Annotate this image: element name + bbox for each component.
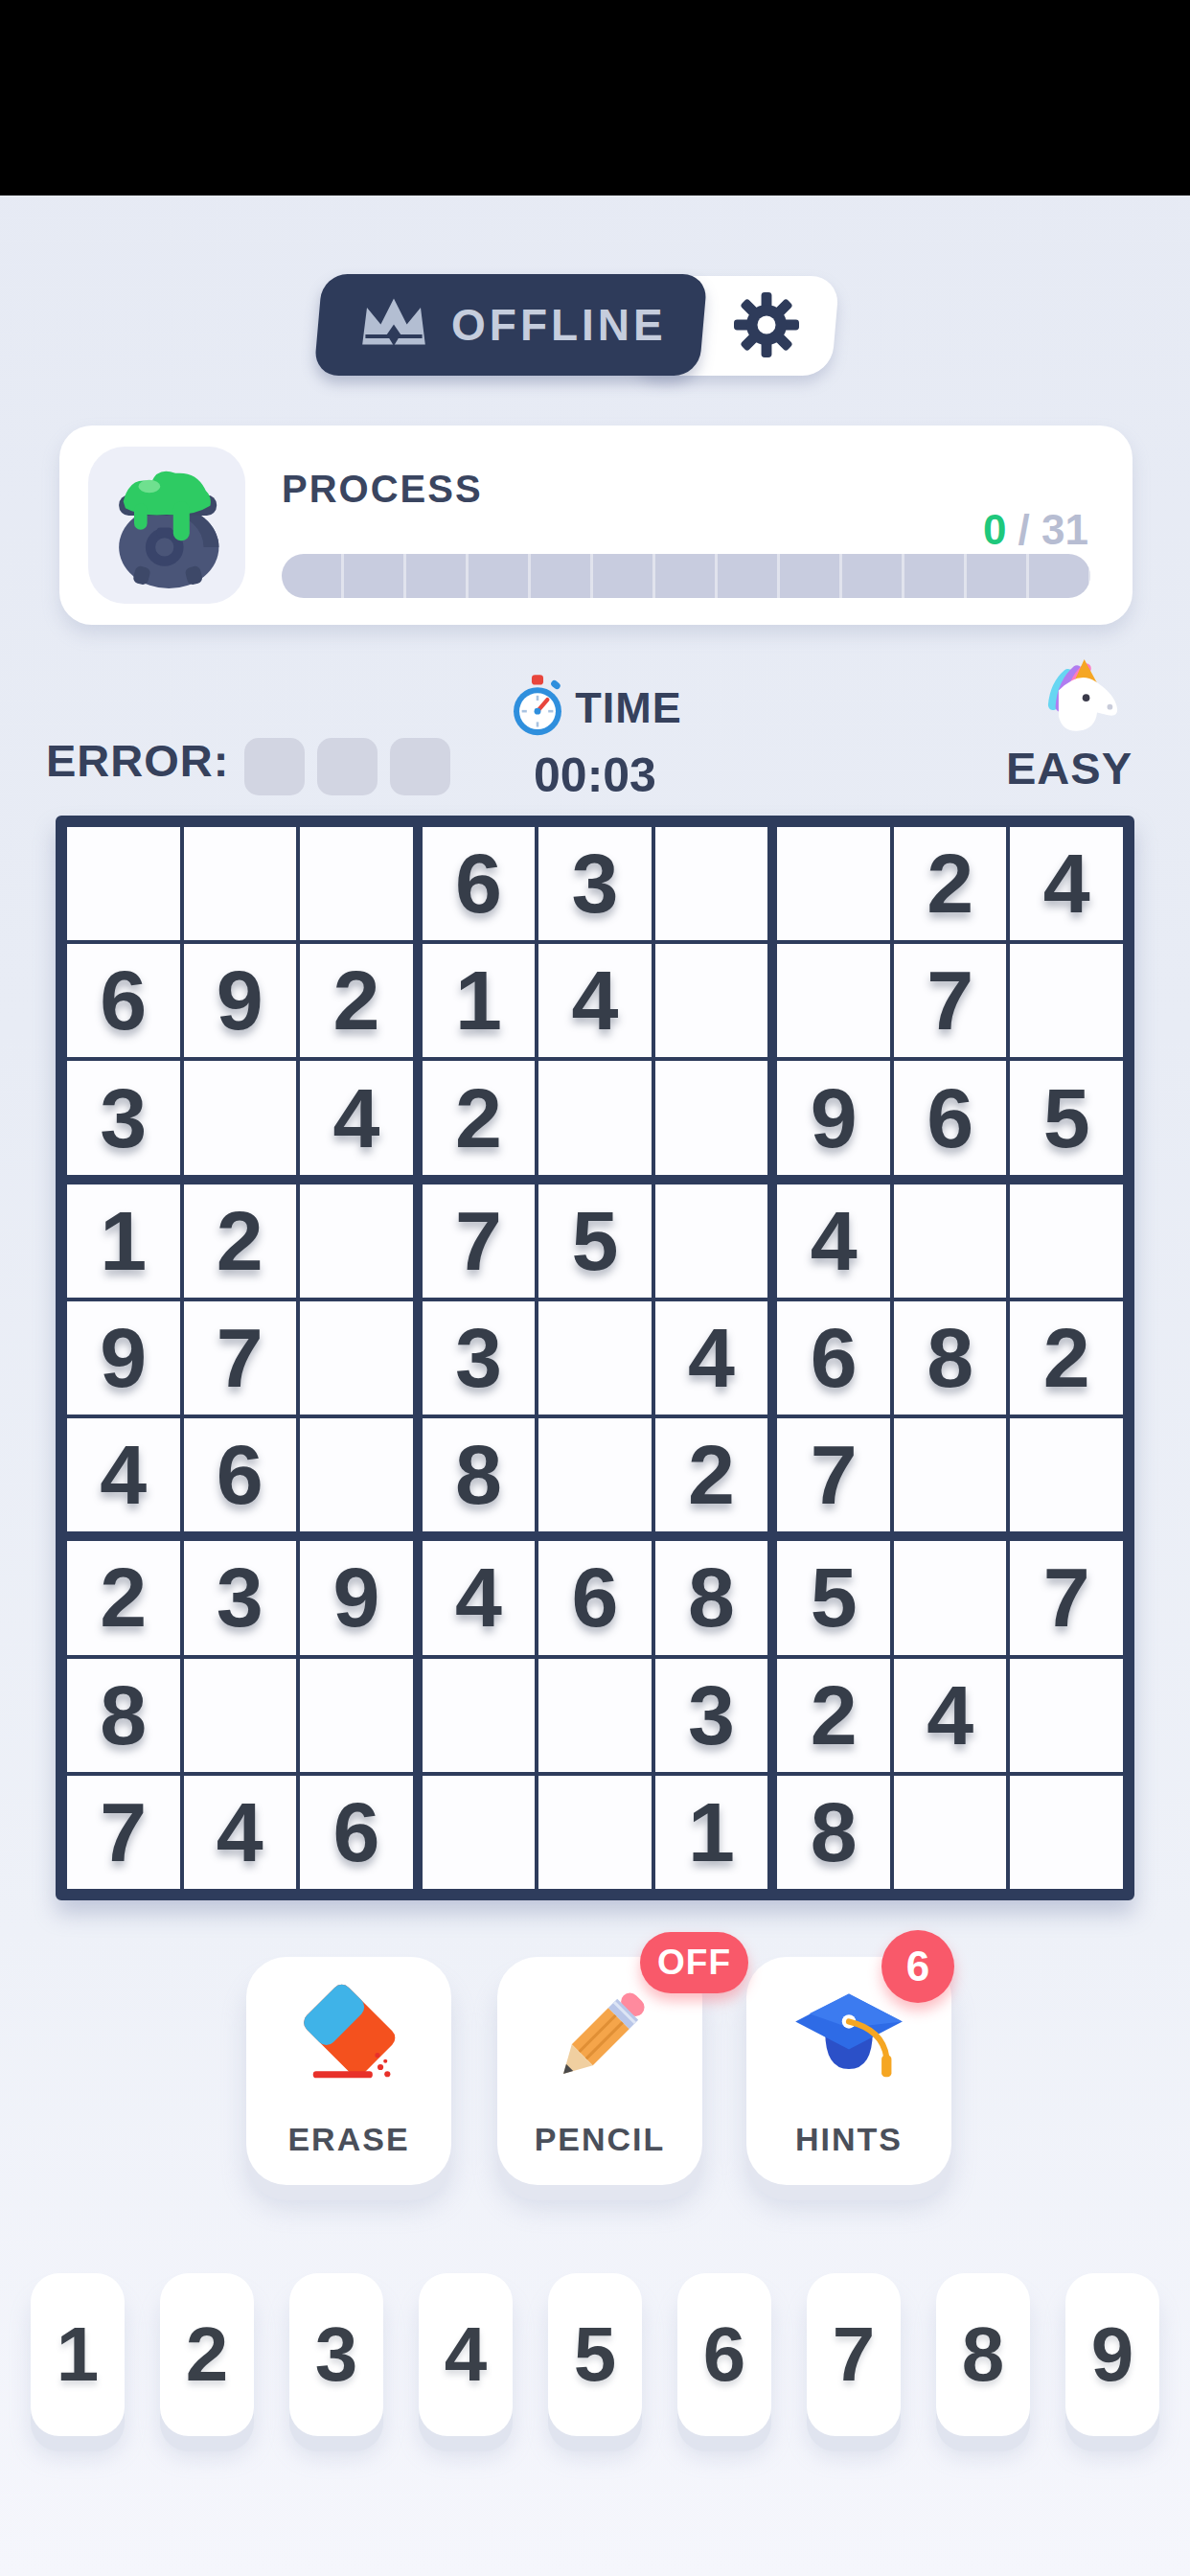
cell-r8c9[interactable] [1010, 1659, 1123, 1772]
eraser-icon [289, 1978, 408, 2097]
progress-card: PROCESS 0 / 31 [59, 425, 1133, 625]
cell-r4c3[interactable] [300, 1184, 413, 1298]
numpad-key-1[interactable]: 1 [31, 2273, 125, 2436]
cell-r9c5[interactable] [538, 1776, 652, 1889]
sudoku-app-screen: OFFLINE [0, 0, 1190, 2576]
progress-separator: / [1006, 506, 1041, 553]
cell-r8c7[interactable]: 2 [777, 1659, 890, 1772]
cell-r7c6[interactable]: 8 [655, 1541, 768, 1654]
progress-current: 0 [983, 506, 1006, 553]
numpad-key-4[interactable]: 4 [419, 2273, 513, 2436]
numpad-key-9[interactable]: 9 [1065, 2273, 1159, 2436]
crown-icon [355, 292, 432, 357]
time-header: TIME [0, 675, 1190, 742]
cell-r6c1[interactable]: 4 [67, 1418, 180, 1531]
cell-r3c7[interactable]: 9 [777, 1061, 890, 1174]
cauldron-tile [88, 447, 245, 604]
board-box-4: 129746 [67, 1184, 413, 1532]
cell-r7c9[interactable]: 7 [1010, 1541, 1123, 1654]
numpad-key-2[interactable]: 2 [160, 2273, 254, 2436]
cell-r6c8[interactable] [894, 1418, 1007, 1531]
progress-total: 31 [1041, 506, 1088, 553]
cell-r5c8[interactable]: 8 [894, 1301, 1007, 1414]
cell-r5c6[interactable]: 4 [655, 1301, 768, 1414]
cell-r7c2[interactable]: 3 [184, 1541, 297, 1654]
gear-icon[interactable] [734, 292, 799, 357]
cell-r3c6[interactable] [655, 1061, 768, 1174]
cell-r1c5[interactable]: 3 [538, 827, 652, 940]
cell-r3c1[interactable]: 3 [67, 1061, 180, 1174]
cell-r2c2[interactable]: 9 [184, 944, 297, 1057]
cell-r8c2[interactable] [184, 1659, 297, 1772]
offline-label: OFFLINE [451, 299, 667, 351]
cell-r1c6[interactable] [655, 827, 768, 940]
cell-r6c6[interactable]: 2 [655, 1418, 768, 1531]
cell-r4c4[interactable]: 7 [423, 1184, 536, 1298]
cell-r6c3[interactable] [300, 1418, 413, 1531]
unicorn-icon [1031, 659, 1123, 742]
progress-title: PROCESS [282, 468, 483, 511]
stopwatch-icon [508, 675, 567, 742]
board-box-6: 46827 [777, 1184, 1123, 1532]
cell-r6c4[interactable]: 8 [423, 1418, 536, 1531]
cell-r8c8[interactable]: 4 [894, 1659, 1007, 1772]
cell-r4c6[interactable] [655, 1184, 768, 1298]
cell-r4c9[interactable] [1010, 1184, 1123, 1298]
numpad-key-5[interactable]: 5 [548, 2273, 642, 2436]
board-box-7: 2398746 [67, 1541, 413, 1889]
cell-r5c9[interactable]: 2 [1010, 1301, 1123, 1414]
cell-r2c3[interactable]: 2 [300, 944, 413, 1057]
cell-r8c6[interactable]: 3 [655, 1659, 768, 1772]
pencil-icon [540, 1978, 659, 2097]
cell-r1c9[interactable]: 4 [1010, 827, 1123, 940]
cell-r6c7[interactable]: 7 [777, 1418, 890, 1531]
time-label: TIME [575, 683, 682, 733]
cell-r4c8[interactable] [894, 1184, 1007, 1298]
cell-r4c5[interactable]: 5 [538, 1184, 652, 1298]
cell-r3c8[interactable]: 6 [894, 1061, 1007, 1174]
cell-r2c5[interactable]: 4 [538, 944, 652, 1057]
cell-r1c1[interactable] [67, 827, 180, 940]
cell-r7c7[interactable]: 5 [777, 1541, 890, 1654]
board-box-9: 57248 [777, 1541, 1123, 1889]
numpad-key-3[interactable]: 3 [289, 2273, 383, 2436]
top-letterbox [0, 0, 1190, 195]
cell-r3c3[interactable]: 4 [300, 1061, 413, 1174]
cell-r9c8[interactable] [894, 1776, 1007, 1889]
cell-r4c7[interactable]: 4 [777, 1184, 890, 1298]
cell-r3c2[interactable] [184, 1061, 297, 1174]
cell-r6c9[interactable] [1010, 1418, 1123, 1531]
cell-r2c8[interactable]: 7 [894, 944, 1007, 1057]
cell-r9c2[interactable]: 4 [184, 1776, 297, 1889]
cell-r2c7[interactable] [777, 944, 890, 1057]
progress-bar [282, 554, 1090, 598]
cell-r4c1[interactable]: 1 [67, 1184, 180, 1298]
sudoku-board: 6923463142247965129746753482468272398746… [56, 816, 1134, 1900]
hints-count-badge: 6 [881, 1930, 954, 2003]
cell-r7c3[interactable]: 9 [300, 1541, 413, 1654]
erase-button[interactable]: ERASE [246, 1957, 451, 2185]
cell-r8c4[interactable] [423, 1659, 536, 1772]
cell-r2c6[interactable] [655, 944, 768, 1057]
cell-r2c4[interactable]: 1 [423, 944, 536, 1057]
cell-r6c5[interactable] [538, 1418, 652, 1531]
cell-r5c1[interactable]: 9 [67, 1301, 180, 1414]
graduation-cap-icon [790, 1978, 908, 2097]
difficulty-label: EASY [996, 742, 1142, 794]
board-box-8: 46831 [423, 1541, 768, 1889]
board-box-2: 63142 [423, 827, 768, 1175]
cell-r5c7[interactable]: 6 [777, 1301, 890, 1414]
cell-r9c1[interactable]: 7 [67, 1776, 180, 1889]
cell-r5c4[interactable]: 3 [423, 1301, 536, 1414]
cell-r2c1[interactable]: 6 [67, 944, 180, 1057]
cell-r9c6[interactable]: 1 [655, 1776, 768, 1889]
board-box-5: 753482 [423, 1184, 768, 1532]
cell-r7c5[interactable]: 6 [538, 1541, 652, 1654]
cell-r3c9[interactable]: 5 [1010, 1061, 1123, 1174]
cell-r3c4[interactable]: 2 [423, 1061, 536, 1174]
pencil-off-badge: OFF [640, 1932, 748, 1993]
cell-r4c2[interactable]: 2 [184, 1184, 297, 1298]
cell-r3c5[interactable] [538, 1061, 652, 1174]
numpad-key-8[interactable]: 8 [936, 2273, 1030, 2436]
cell-r5c3[interactable] [300, 1301, 413, 1414]
cell-r1c4[interactable]: 6 [423, 827, 536, 940]
cell-r1c8[interactable]: 2 [894, 827, 1007, 940]
cell-r8c3[interactable] [300, 1659, 413, 1772]
cell-r7c1[interactable]: 2 [67, 1541, 180, 1654]
cell-r6c2[interactable]: 6 [184, 1418, 297, 1531]
progress-count: 0 / 31 [983, 506, 1088, 554]
number-pad: 123456789 [0, 2273, 1190, 2436]
cell-r7c8[interactable] [894, 1541, 1007, 1654]
cell-r9c9[interactable] [1010, 1776, 1123, 1889]
cell-r1c7[interactable] [777, 827, 890, 940]
cell-r7c4[interactable]: 4 [423, 1541, 536, 1654]
cell-r1c3[interactable] [300, 827, 413, 940]
cell-r5c5[interactable] [538, 1301, 652, 1414]
cell-r9c4[interactable] [423, 1776, 536, 1889]
erase-label: ERASE [246, 2121, 451, 2158]
cauldron-icon [102, 458, 232, 592]
cell-r9c3[interactable]: 6 [300, 1776, 413, 1889]
cell-r8c1[interactable]: 8 [67, 1659, 180, 1772]
cell-r5c2[interactable]: 7 [184, 1301, 297, 1414]
offline-badge[interactable]: OFFLINE [313, 274, 707, 376]
numpad-key-7[interactable]: 7 [807, 2273, 901, 2436]
pencil-label: PENCIL [497, 2121, 702, 2158]
cell-r1c2[interactable] [184, 827, 297, 940]
cell-r2c9[interactable] [1010, 944, 1123, 1057]
numpad-key-6[interactable]: 6 [677, 2273, 771, 2436]
board-box-3: 247965 [777, 827, 1123, 1175]
board-box-1: 69234 [67, 827, 413, 1175]
hints-label: HINTS [746, 2121, 951, 2158]
cell-r9c7[interactable]: 8 [777, 1776, 890, 1889]
cell-r8c5[interactable] [538, 1659, 652, 1772]
